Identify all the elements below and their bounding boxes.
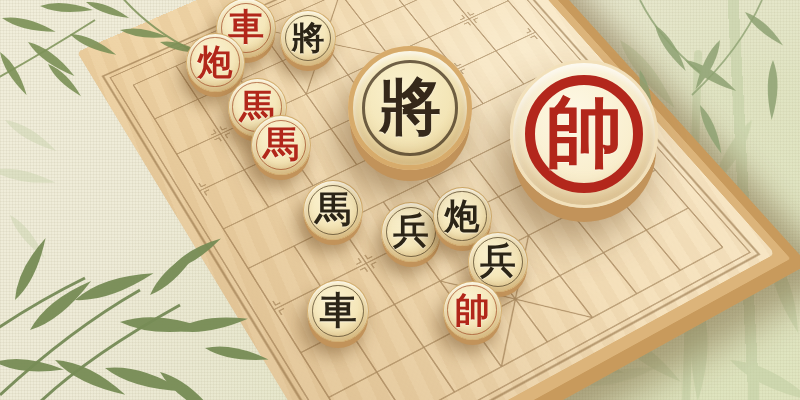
piece-character: 車 (320, 292, 357, 329)
piece-character: 兵 (393, 213, 429, 249)
piece-character: 炮 (198, 44, 233, 79)
piece-black-general[interactable]: 將 (280, 10, 336, 66)
piece-black-soldier[interactable]: 兵 (381, 202, 441, 262)
xiangqi-scene: 車將炮馬馬馬兵炮兵車帥將帥 (0, 0, 800, 400)
piece-character: 帥 (546, 94, 623, 171)
piece-character: 將 (379, 76, 441, 138)
piece-red-general[interactable]: 帥 (443, 281, 502, 340)
hero-piece-hero-red-general[interactable]: 帥 (510, 60, 658, 208)
hero-piece-hero-black-general[interactable]: 將 (348, 46, 472, 170)
piece-black-chariot[interactable]: 車 (307, 280, 369, 342)
pieces-layer: 車將炮馬馬馬兵炮兵車帥將帥 (0, 0, 800, 400)
piece-red-cannon[interactable]: 炮 (186, 33, 245, 92)
piece-red-horse-2[interactable]: 馬 (251, 115, 311, 175)
piece-character: 馬 (315, 191, 351, 227)
piece-character: 馬 (263, 126, 299, 162)
piece-character: 帥 (455, 292, 490, 327)
piece-character: 將 (292, 21, 325, 54)
piece-character: 炮 (445, 198, 480, 233)
piece-black-horse[interactable]: 馬 (303, 180, 363, 240)
piece-character: 兵 (480, 243, 516, 279)
